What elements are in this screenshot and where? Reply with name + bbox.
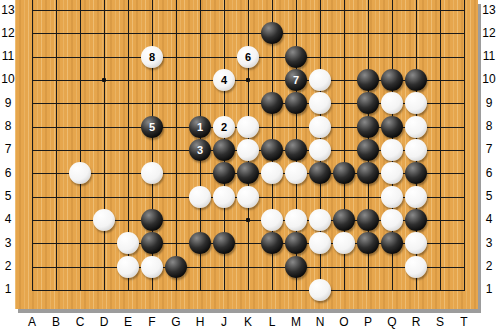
stone-black-M2[interactable] — [285, 256, 307, 278]
stone-black-Q8[interactable] — [381, 116, 403, 138]
stone-white-N10[interactable] — [309, 69, 331, 91]
star-point-K10 — [246, 78, 250, 82]
column-label-M: M — [284, 315, 308, 330]
stone-white-K8[interactable] — [237, 116, 259, 138]
stone-white-N9[interactable] — [309, 92, 331, 114]
stone-white-H5[interactable] — [189, 186, 211, 208]
stone-black-move3-H7[interactable]: 3 — [189, 139, 211, 161]
stone-white-C6[interactable] — [69, 162, 91, 184]
stone-black-G2[interactable] — [165, 256, 187, 278]
stone-black-J7[interactable] — [213, 139, 235, 161]
stone-white-move4-J10[interactable]: 4 — [213, 69, 235, 91]
stone-white-R8[interactable] — [405, 116, 427, 138]
stone-white-move8-F11[interactable]: 8 — [141, 46, 163, 68]
column-label-F: F — [140, 315, 164, 330]
column-label-L: L — [260, 315, 284, 330]
stone-white-F6[interactable] — [141, 162, 163, 184]
stone-black-R10[interactable] — [405, 69, 427, 91]
stone-black-N6[interactable] — [309, 162, 331, 184]
stone-white-F2[interactable] — [141, 256, 163, 278]
row-label-left-2: 2 — [0, 259, 16, 274]
stone-black-O6[interactable] — [333, 162, 355, 184]
stone-black-H3[interactable] — [189, 232, 211, 254]
column-label-H: H — [188, 315, 212, 330]
stone-black-J3[interactable] — [213, 232, 235, 254]
stone-black-F4[interactable] — [141, 209, 163, 231]
row-label-left-5: 5 — [0, 189, 16, 204]
row-label-left-3: 3 — [0, 236, 16, 251]
stone-black-M9[interactable] — [285, 92, 307, 114]
stones-grid: 86475123 — [20, 0, 476, 302]
column-label-N: N — [308, 315, 332, 330]
row-label-right-11: 11 — [481, 49, 497, 64]
row-label-right-7: 7 — [481, 142, 497, 157]
stone-white-R5[interactable] — [405, 186, 427, 208]
column-label-O: O — [332, 315, 356, 330]
stone-white-R9[interactable] — [405, 92, 427, 114]
column-label-D: D — [92, 315, 116, 330]
stone-black-P8[interactable] — [357, 116, 379, 138]
stone-black-move5-F8[interactable]: 5 — [141, 116, 163, 138]
stone-black-move7-M10[interactable]: 7 — [285, 69, 307, 91]
row-label-left-1: 1 — [0, 282, 16, 297]
stone-white-move6-K11[interactable]: 6 — [237, 46, 259, 68]
stone-white-J5[interactable] — [213, 186, 235, 208]
stone-white-L6[interactable] — [261, 162, 283, 184]
stone-white-Q7[interactable] — [381, 139, 403, 161]
column-label-E: E — [116, 315, 140, 330]
stone-white-K7[interactable] — [237, 139, 259, 161]
row-label-left-11: 11 — [0, 49, 16, 64]
stone-black-F3[interactable] — [141, 232, 163, 254]
column-label-K: K — [236, 315, 260, 330]
column-label-B: B — [44, 315, 68, 330]
stone-white-N3[interactable] — [309, 232, 331, 254]
row-label-right-8: 8 — [481, 119, 497, 134]
column-label-T: T — [452, 315, 476, 330]
stone-black-P10[interactable] — [357, 69, 379, 91]
row-label-left-6: 6 — [0, 166, 16, 181]
stone-white-R3[interactable] — [405, 232, 427, 254]
row-label-left-9: 9 — [0, 96, 16, 111]
row-label-right-3: 3 — [481, 236, 497, 251]
stone-white-M6[interactable] — [285, 162, 307, 184]
stone-black-P9[interactable] — [357, 92, 379, 114]
row-label-right-5: 5 — [481, 189, 497, 204]
row-label-left-10: 10 — [0, 72, 16, 87]
star-point-D10 — [102, 78, 106, 82]
row-label-right-9: 9 — [481, 96, 497, 111]
stone-white-Q6[interactable] — [381, 162, 403, 184]
row-label-left-12: 12 — [0, 26, 16, 41]
stone-white-R7[interactable] — [405, 139, 427, 161]
column-label-S: S — [428, 315, 452, 330]
column-label-G: G — [164, 315, 188, 330]
row-labels-left: 13121110987654321 — [0, 0, 16, 309]
go-diagram: 86475123 13121110987654321 1312111098765… — [0, 0, 500, 332]
column-label-A: A — [20, 315, 44, 330]
stone-white-O3[interactable] — [333, 232, 355, 254]
stone-white-Q5[interactable] — [381, 186, 403, 208]
stone-white-move2-J8[interactable]: 2 — [213, 116, 235, 138]
row-label-right-10: 10 — [481, 72, 497, 87]
goban[interactable]: 86475123 — [15, 0, 478, 309]
stone-black-M11[interactable] — [285, 46, 307, 68]
stone-black-P3[interactable] — [357, 232, 379, 254]
stone-black-P4[interactable] — [357, 209, 379, 231]
row-label-left-8: 8 — [0, 119, 16, 134]
column-label-P: P — [356, 315, 380, 330]
column-labels: ABCDEFGHJKLMNOPQRST — [15, 315, 478, 332]
stone-white-R2[interactable] — [405, 256, 427, 278]
row-label-right-4: 4 — [481, 212, 497, 227]
stone-black-L12[interactable] — [261, 22, 283, 44]
row-label-left-7: 7 — [0, 142, 16, 157]
column-label-J: J — [212, 315, 236, 330]
stone-black-L3[interactable] — [261, 232, 283, 254]
stone-black-move1-H8[interactable]: 1 — [189, 116, 211, 138]
stone-black-R6[interactable] — [405, 162, 427, 184]
stone-black-M7[interactable] — [285, 139, 307, 161]
stone-black-O4[interactable] — [333, 209, 355, 231]
stone-black-M3[interactable] — [285, 232, 307, 254]
stone-black-Q3[interactable] — [381, 232, 403, 254]
stone-black-R4[interactable] — [405, 209, 427, 231]
column-label-Q: Q — [380, 315, 404, 330]
stone-black-L7[interactable] — [261, 139, 283, 161]
row-label-left-4: 4 — [0, 212, 16, 227]
stone-white-N1[interactable] — [309, 279, 331, 301]
stone-white-N7[interactable] — [309, 139, 331, 161]
stone-black-L9[interactable] — [261, 92, 283, 114]
row-label-right-13: 13 — [481, 3, 497, 18]
stone-white-Q4[interactable] — [381, 209, 403, 231]
row-label-right-12: 12 — [481, 26, 497, 41]
stone-white-E2[interactable] — [117, 256, 139, 278]
row-label-left-13: 13 — [0, 3, 16, 18]
column-label-C: C — [68, 315, 92, 330]
stone-black-K6[interactable] — [237, 162, 259, 184]
column-label-R: R — [404, 315, 428, 330]
star-point-K4 — [246, 218, 250, 222]
stone-white-M4[interactable] — [285, 209, 307, 231]
stone-black-Q10[interactable] — [381, 69, 403, 91]
stone-black-P6[interactable] — [357, 162, 379, 184]
row-labels-right: 13121110987654321 — [481, 0, 500, 309]
row-label-right-6: 6 — [481, 166, 497, 181]
stone-white-D4[interactable] — [93, 209, 115, 231]
stone-black-J6[interactable] — [213, 162, 235, 184]
stone-white-Q9[interactable] — [381, 92, 403, 114]
row-label-right-1: 1 — [481, 282, 497, 297]
stone-black-P7[interactable] — [357, 139, 379, 161]
stone-white-K5[interactable] — [237, 186, 259, 208]
stone-white-N8[interactable] — [309, 116, 331, 138]
stone-white-E3[interactable] — [117, 232, 139, 254]
stone-white-N4[interactable] — [309, 209, 331, 231]
row-label-right-2: 2 — [481, 259, 497, 274]
stone-white-L4[interactable] — [261, 209, 283, 231]
